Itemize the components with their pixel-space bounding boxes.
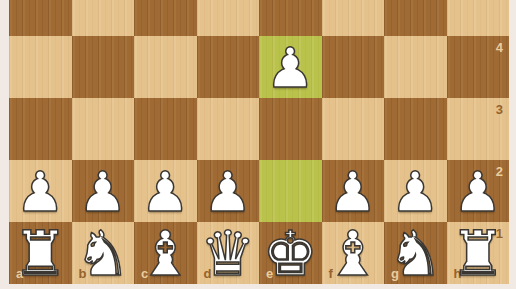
square-a1[interactable]: a♜ (9, 222, 72, 284)
piece-white-pawn-f2[interactable]: ♟ (322, 160, 385, 222)
rank-label-3: 3 (496, 103, 503, 116)
square-e3[interactable] (259, 98, 322, 160)
piece-white-queen-d1[interactable]: ♛ (197, 222, 260, 284)
piece-white-knight-g1[interactable]: ♞ (384, 222, 447, 284)
square-e2[interactable] (259, 160, 322, 222)
chess-board: ♟43♟♟♟♟♟♟2♟a♜b♞c♝d♛e♚f♝g♞1h♜ (9, 0, 509, 284)
square-e1[interactable]: e♚ (259, 222, 322, 284)
square-g3[interactable] (384, 98, 447, 160)
square-b4[interactable] (72, 36, 135, 98)
square-f4[interactable] (322, 36, 385, 98)
square-d5[interactable] (197, 0, 260, 36)
square-f3[interactable] (322, 98, 385, 160)
piece-white-pawn-h2[interactable]: ♟ (447, 160, 510, 222)
piece-white-knight-b1[interactable]: ♞ (72, 222, 135, 284)
square-h2[interactable]: 2♟ (447, 160, 510, 222)
square-a3[interactable] (9, 98, 72, 160)
square-b2[interactable]: ♟ (72, 160, 135, 222)
square-e4[interactable]: ♟ (259, 36, 322, 98)
piece-white-pawn-e4[interactable]: ♟ (259, 36, 322, 98)
square-h4[interactable]: 4 (447, 36, 510, 98)
square-f5[interactable] (322, 0, 385, 36)
piece-white-pawn-g2[interactable]: ♟ (384, 160, 447, 222)
square-b3[interactable] (72, 98, 135, 160)
piece-white-rook-a1[interactable]: ♜ (9, 222, 72, 284)
square-b1[interactable]: b♞ (72, 222, 135, 284)
square-d2[interactable]: ♟ (197, 160, 260, 222)
square-h1[interactable]: 1h♜ (447, 222, 510, 284)
square-h5[interactable] (447, 0, 510, 36)
square-d3[interactable] (197, 98, 260, 160)
square-a2[interactable]: ♟ (9, 160, 72, 222)
square-g1[interactable]: g♞ (384, 222, 447, 284)
square-h3[interactable]: 3 (447, 98, 510, 160)
square-c4[interactable] (134, 36, 197, 98)
square-g2[interactable]: ♟ (384, 160, 447, 222)
square-f2[interactable]: ♟ (322, 160, 385, 222)
square-g5[interactable] (384, 0, 447, 36)
square-c2[interactable]: ♟ (134, 160, 197, 222)
square-a5[interactable] (9, 0, 72, 36)
piece-white-bishop-c1[interactable]: ♝ (134, 222, 197, 284)
piece-white-pawn-a2[interactable]: ♟ (9, 160, 72, 222)
square-c5[interactable] (134, 0, 197, 36)
piece-white-pawn-d2[interactable]: ♟ (197, 160, 260, 222)
piece-white-bishop-f1[interactable]: ♝ (322, 222, 385, 284)
piece-white-rook-h1[interactable]: ♜ (447, 222, 510, 284)
square-b5[interactable] (72, 0, 135, 36)
piece-white-pawn-c2[interactable]: ♟ (134, 160, 197, 222)
square-e5[interactable] (259, 0, 322, 36)
board-grid: ♟43♟♟♟♟♟♟2♟a♜b♞c♝d♛e♚f♝g♞1h♜ (9, 0, 509, 284)
app-background: { "game": "chess", "view": { "orientatio… (0, 0, 516, 289)
square-c3[interactable] (134, 98, 197, 160)
piece-white-king-e1[interactable]: ♚ (259, 222, 322, 284)
square-a4[interactable] (9, 36, 72, 98)
square-f1[interactable]: f♝ (322, 222, 385, 284)
rank-label-4: 4 (496, 41, 503, 54)
square-c1[interactable]: c♝ (134, 222, 197, 284)
square-d1[interactable]: d♛ (197, 222, 260, 284)
square-g4[interactable] (384, 36, 447, 98)
piece-white-pawn-b2[interactable]: ♟ (72, 160, 135, 222)
square-d4[interactable] (197, 36, 260, 98)
